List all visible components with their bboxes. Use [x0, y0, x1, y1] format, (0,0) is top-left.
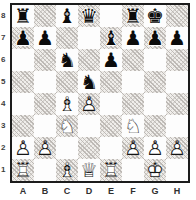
square-e4[interactable] — [100, 93, 122, 115]
white-pawn-outline: ♙ — [122, 137, 144, 159]
square-g5[interactable] — [144, 71, 166, 93]
square-c4[interactable]: ♝♗ — [56, 93, 78, 115]
rank-label-2: 2 — [1, 137, 9, 159]
square-g2[interactable]: ♟♙ — [144, 137, 166, 159]
square-h4[interactable] — [166, 93, 188, 115]
black-pawn[interactable]: ♟ — [102, 49, 120, 71]
square-a7[interactable]: ♟ — [12, 27, 34, 49]
white-pawn[interactable]: ♟♙ — [122, 137, 144, 159]
chess-board: ♜♝♛♜♚♟♟♝♟♟♟♞♟♞♝♗♟♙♞♘♞♘♟♙♟♙♟♙♟♙♟♙♜♖♝♗♛♕♜♖… — [10, 3, 190, 183]
square-b6[interactable] — [34, 49, 56, 71]
square-f7[interactable]: ♟ — [122, 27, 144, 49]
square-g3[interactable] — [144, 115, 166, 137]
square-b7[interactable]: ♟ — [34, 27, 56, 49]
square-b4[interactable] — [34, 93, 56, 115]
white-pawn[interactable]: ♟♙ — [144, 137, 166, 159]
white-pawn-outline: ♙ — [144, 137, 166, 159]
square-c7[interactable] — [56, 27, 78, 49]
black-rook[interactable]: ♜ — [124, 5, 142, 27]
square-d7[interactable] — [78, 27, 100, 49]
rank-label-3: 3 — [1, 115, 9, 137]
square-h7[interactable]: ♟ — [166, 27, 188, 49]
white-pawn[interactable]: ♟♙ — [12, 137, 34, 159]
square-b3[interactable] — [34, 115, 56, 137]
white-pawn-outline: ♙ — [166, 137, 188, 159]
file-label-c: C — [56, 184, 78, 198]
rank-label-7: 7 — [1, 27, 9, 49]
black-rook[interactable]: ♜ — [14, 5, 32, 27]
square-a6[interactable] — [12, 49, 34, 71]
square-d5[interactable]: ♞ — [78, 71, 100, 93]
black-pawn[interactable]: ♟ — [14, 27, 32, 49]
black-bishop[interactable]: ♝ — [58, 5, 76, 27]
square-d6[interactable] — [78, 49, 100, 71]
square-c2[interactable] — [56, 137, 78, 159]
white-queen[interactable]: ♛♕ — [78, 159, 100, 181]
square-b1[interactable] — [34, 159, 56, 181]
file-label-f: F — [122, 184, 144, 198]
square-g1[interactable]: ♚♔ — [144, 159, 166, 181]
square-d4[interactable]: ♟♙ — [78, 93, 100, 115]
white-pawn[interactable]: ♟♙ — [34, 137, 56, 159]
black-pawn[interactable]: ♟ — [124, 27, 142, 49]
white-bishop-outline: ♗ — [56, 93, 78, 115]
white-knight[interactable]: ♞♘ — [56, 115, 78, 137]
square-c1[interactable]: ♝♗ — [56, 159, 78, 181]
square-a4[interactable] — [12, 93, 34, 115]
rank-label-6: 6 — [1, 49, 9, 71]
square-f5[interactable] — [122, 71, 144, 93]
white-pawn-outline: ♙ — [34, 137, 56, 159]
black-bishop[interactable]: ♝ — [102, 27, 120, 49]
square-g7[interactable]: ♟ — [144, 27, 166, 49]
white-king-outline: ♔ — [144, 159, 166, 181]
square-g6[interactable] — [144, 49, 166, 71]
white-rook[interactable]: ♜♖ — [100, 159, 122, 181]
square-e8[interactable] — [100, 5, 122, 27]
square-f1[interactable] — [122, 159, 144, 181]
square-c6[interactable]: ♞ — [56, 49, 78, 71]
white-queen-outline: ♕ — [78, 159, 100, 181]
square-b2[interactable]: ♟♙ — [34, 137, 56, 159]
black-knight[interactable]: ♞ — [80, 71, 98, 93]
rank-label-4: 4 — [1, 93, 9, 115]
white-pawn[interactable]: ♟♙ — [78, 93, 100, 115]
square-d2[interactable] — [78, 137, 100, 159]
square-h2[interactable]: ♟♙ — [166, 137, 188, 159]
file-label-b: B — [34, 184, 56, 198]
square-h3[interactable] — [166, 115, 188, 137]
square-a2[interactable]: ♟♙ — [12, 137, 34, 159]
square-g4[interactable] — [144, 93, 166, 115]
square-d1[interactable]: ♛♕ — [78, 159, 100, 181]
square-a8[interactable]: ♜ — [12, 5, 34, 27]
rank-labels: 87654321 — [1, 5, 9, 181]
square-f4[interactable] — [122, 93, 144, 115]
file-label-d: D — [78, 184, 100, 198]
file-label-a: A — [12, 184, 34, 198]
square-g8[interactable]: ♚ — [144, 5, 166, 27]
square-e7[interactable]: ♝ — [100, 27, 122, 49]
black-queen[interactable]: ♛ — [80, 5, 98, 27]
white-knight-outline: ♘ — [56, 115, 78, 137]
square-e3[interactable] — [100, 115, 122, 137]
file-label-e: E — [100, 184, 122, 198]
white-pawn-outline: ♙ — [12, 137, 34, 159]
square-h1[interactable] — [166, 159, 188, 181]
square-b5[interactable] — [34, 71, 56, 93]
square-a5[interactable] — [12, 71, 34, 93]
square-f6[interactable] — [122, 49, 144, 71]
square-e2[interactable] — [100, 137, 122, 159]
white-rook[interactable]: ♜♖ — [12, 159, 34, 181]
square-c5[interactable] — [56, 71, 78, 93]
square-e5[interactable] — [100, 71, 122, 93]
white-knight-outline: ♘ — [122, 115, 144, 137]
black-pawn[interactable]: ♟ — [168, 27, 186, 49]
square-h6[interactable] — [166, 49, 188, 71]
file-labels: ABCDEFGH — [12, 184, 188, 198]
white-rook-outline: ♖ — [100, 159, 122, 181]
white-bishop[interactable]: ♝♗ — [56, 159, 78, 181]
square-c8[interactable]: ♝ — [56, 5, 78, 27]
square-f2[interactable]: ♟♙ — [122, 137, 144, 159]
black-knight[interactable]: ♞ — [58, 49, 76, 71]
file-label-h: H — [166, 184, 188, 198]
square-a3[interactable] — [12, 115, 34, 137]
white-rook-outline: ♖ — [12, 159, 34, 181]
white-bishop[interactable]: ♝♗ — [56, 93, 78, 115]
square-h8[interactable] — [166, 5, 188, 27]
white-king[interactable]: ♚♔ — [144, 159, 166, 181]
square-f8[interactable]: ♜ — [122, 5, 144, 27]
square-e6[interactable]: ♟ — [100, 49, 122, 71]
rank-label-5: 5 — [1, 71, 9, 93]
white-pawn[interactable]: ♟♙ — [166, 137, 188, 159]
square-e1[interactable]: ♜♖ — [100, 159, 122, 181]
file-label-g: G — [144, 184, 166, 198]
square-f3[interactable]: ♞♘ — [122, 115, 144, 137]
square-d3[interactable] — [78, 115, 100, 137]
rank-label-8: 8 — [1, 5, 9, 27]
square-d8[interactable]: ♛ — [78, 5, 100, 27]
square-h5[interactable] — [166, 71, 188, 93]
black-pawn[interactable]: ♟ — [146, 27, 164, 49]
chess-diagram: 87654321 ♜♝♛♜♚♟♟♝♟♟♟♞♟♞♝♗♟♙♞♘♞♘♟♙♟♙♟♙♟♙♟… — [0, 0, 196, 200]
white-knight[interactable]: ♞♘ — [122, 115, 144, 137]
white-bishop-outline: ♗ — [56, 159, 78, 181]
square-a1[interactable]: ♜♖ — [12, 159, 34, 181]
rank-label-1: 1 — [1, 159, 9, 181]
black-king[interactable]: ♚ — [146, 5, 164, 27]
square-c3[interactable]: ♞♘ — [56, 115, 78, 137]
black-pawn[interactable]: ♟ — [36, 27, 54, 49]
white-pawn-outline: ♙ — [78, 93, 100, 115]
square-b8[interactable] — [34, 5, 56, 27]
